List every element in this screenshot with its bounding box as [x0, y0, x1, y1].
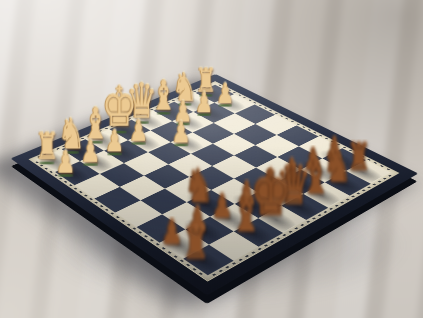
- square-f1[interactable]: ♝: [153, 102, 193, 121]
- square-g3[interactable]: [214, 113, 255, 133]
- square-e2[interactable]: [151, 121, 193, 142]
- chess-board: ♜♟♟♜♞♟♟♞♝♟♟♝♛♟♟♛♚♟♟♚♝♟♞♟♝♞♟♟♜♟♟♜: [11, 74, 419, 295]
- square-g4[interactable]: [234, 124, 276, 145]
- white-queen-piece[interactable]: ♛: [115, 77, 168, 125]
- white-king-piece[interactable]: ♚: [92, 79, 146, 134]
- square-f2[interactable]: ♟: [173, 112, 214, 132]
- white-pawn-piece[interactable]: ♟: [36, 147, 94, 178]
- square-g2[interactable]: ♟: [194, 103, 235, 123]
- square-f3[interactable]: [192, 123, 234, 144]
- chess-photo: ♜♟♟♜♞♟♟♞♝♟♟♝♛♟♟♛♚♟♟♚♝♟♞♟♝♞♟♟♜♟♟♜: [0, 0, 423, 318]
- board-grid: ♜♟♟♜♞♟♟♞♝♟♟♝♛♟♟♛♚♟♟♚♝♟♞♟♝♞♟♟♜♟♟♜: [37, 85, 391, 276]
- black-rook-piece[interactable]: ♜: [163, 224, 229, 267]
- white-knight-piece[interactable]: ♞: [159, 67, 211, 107]
- square-e1[interactable]: ♛: [132, 111, 173, 131]
- white-rook-piece[interactable]: ♜: [180, 65, 231, 98]
- square-g1[interactable]: ♞: [175, 93, 215, 112]
- square-e3[interactable]: ♟: [170, 132, 213, 154]
- board-border-strip: ♜♟♟♜♞♟♟♞♝♟♟♝♛♟♟♛♚♟♟♚♝♟♞♟♝♞♟♟♜♟♟♜: [29, 81, 400, 281]
- scene-3d: ♜♟♟♜♞♟♟♞♝♟♟♝♛♟♟♛♚♟♟♚♝♟♞♟♝♞♟♟♜♟♟♜: [0, 0, 423, 318]
- square-h1[interactable]: ♜: [195, 85, 234, 103]
- square-h3[interactable]: [234, 104, 275, 124]
- white-pawn-piece[interactable]: ♟: [153, 118, 208, 147]
- white-bishop-piece[interactable]: ♝: [137, 74, 190, 115]
- white-pawn-piece[interactable]: ♟: [199, 80, 251, 108]
- white-pawn-piece[interactable]: ♟: [178, 89, 231, 117]
- white-pawn-piece[interactable]: ♟: [156, 98, 209, 126]
- square-h2[interactable]: ♟: [214, 94, 254, 113]
- square-h4[interactable]: [255, 115, 297, 135]
- square-d2[interactable]: ♟: [128, 131, 170, 153]
- square-a8[interactable]: ♜: [183, 245, 234, 276]
- square-f4[interactable]: [213, 134, 256, 156]
